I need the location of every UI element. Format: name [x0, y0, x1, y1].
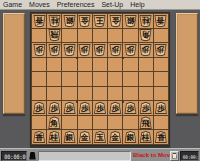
board-cell-7e[interactable] [62, 72, 76, 86]
koma-black-knight[interactable]: 桂 [139, 131, 152, 144]
board-cell-6c[interactable]: 歩 [78, 43, 92, 57]
board-cell-1d[interactable] [154, 58, 168, 72]
board-cell-3c[interactable]: 歩 [123, 43, 137, 57]
koma-kanji: 金 [81, 132, 89, 143]
board-cell-5i[interactable]: 玉 [93, 130, 107, 144]
koma-kanji: 歩 [66, 44, 74, 55]
board-cell-6d[interactable] [78, 58, 92, 72]
koma-black-silver[interactable]: 銀 [63, 131, 76, 144]
board-cell-5h[interactable] [93, 116, 107, 130]
koma-kanji: 歩 [35, 103, 43, 114]
menu-preferences[interactable]: Preferences [57, 0, 95, 10]
koma-kanji: 桂 [50, 15, 58, 26]
board-cell-3e[interactable] [123, 72, 137, 86]
board-cell-6g[interactable]: 歩 [78, 101, 92, 115]
message-area [38, 151, 131, 161]
board-cell-2b[interactable]: 角 [139, 29, 153, 43]
koma-kanji: 歩 [96, 44, 104, 55]
piece-indicator-button[interactable] [170, 151, 179, 161]
menu-moves[interactable]: Moves [29, 0, 50, 10]
board-cell-5d[interactable] [93, 58, 107, 72]
board-cell-9f[interactable] [32, 87, 46, 101]
koma-black-pawn[interactable]: 歩 [124, 102, 137, 115]
koma-kanji: 歩 [111, 103, 119, 114]
koma-black-pawn[interactable]: 歩 [48, 102, 61, 115]
koma-kanji: 香 [35, 15, 43, 26]
koma-white-pawn[interactable]: 歩 [48, 44, 61, 57]
captured-stand-black[interactable] [176, 13, 198, 114]
white-clock-time: 00:00:00 [183, 152, 199, 161]
koma-kanji: 銀 [66, 15, 74, 26]
board-cell-5f[interactable] [93, 87, 107, 101]
koma-kanji: 歩 [66, 103, 74, 114]
hoshi-dot [76, 101, 78, 103]
board-cell-1f[interactable] [154, 87, 168, 101]
koma-white-silver[interactable]: 銀 [63, 15, 76, 28]
koma-white-pawn[interactable]: 歩 [109, 44, 122, 57]
koma-kanji: 歩 [126, 44, 134, 55]
koma-black-silver[interactable]: 銀 [124, 131, 137, 144]
koma-black-gold[interactable]: 金 [109, 131, 122, 144]
board-cell-4b[interactable] [108, 29, 122, 43]
board-cell-6h[interactable] [78, 116, 92, 130]
board-cell-1g[interactable]: 歩 [154, 101, 168, 115]
koma-white-bishop[interactable]: 角 [139, 29, 152, 42]
koma-kanji: 香 [157, 15, 165, 26]
menu-game[interactable]: Game [3, 0, 22, 10]
koma-kanji: 銀 [126, 132, 134, 143]
menu-help[interactable]: Help [130, 0, 144, 10]
board-cell-7h[interactable] [62, 116, 76, 130]
turn-indicator-text: Black to Move [133, 151, 169, 161]
board-cell-1e[interactable] [154, 72, 168, 86]
board-cell-4e[interactable] [108, 72, 122, 86]
black-clock-time: 00:00:00 [4, 152, 27, 161]
board-cell-6i[interactable]: 金 [78, 130, 92, 144]
koma-white-silver[interactable]: 銀 [124, 15, 137, 28]
black-turn-icon [29, 152, 36, 160]
board-cell-2h[interactable]: 飛 [139, 116, 153, 130]
koma-white-knight[interactable]: 桂 [139, 15, 152, 28]
koma-kanji: 歩 [81, 44, 89, 55]
board-cell-7d[interactable] [62, 58, 76, 72]
board-cell-9g[interactable]: 歩 [32, 101, 46, 115]
board-cell-7i[interactable]: 銀 [62, 130, 76, 144]
menu-bar: Game Moves Preferences Set-Up Help [0, 0, 200, 10]
koma-kanji: 歩 [157, 44, 165, 55]
board-cell-8d[interactable] [47, 58, 61, 72]
board-cell-3b[interactable] [123, 29, 137, 43]
koma-kanji: 桂 [50, 132, 58, 143]
koma-black-pawn[interactable]: 歩 [109, 102, 122, 115]
koma-kanji: 歩 [50, 44, 58, 55]
koma-kanji: 飛 [50, 29, 58, 40]
koma-kanji: 金 [111, 15, 119, 26]
board-cell-8e[interactable] [47, 72, 61, 86]
koma-black-king[interactable]: 玉 [93, 131, 106, 144]
board-cell-8a[interactable]: 桂 [47, 14, 61, 28]
board-cell-4i[interactable]: 金 [108, 130, 122, 144]
koma-white-knight[interactable]: 桂 [48, 15, 61, 28]
hoshi-dot [122, 57, 124, 59]
board-cell-9h[interactable] [32, 116, 46, 130]
board-cell-9e[interactable] [32, 72, 46, 86]
koma-black-pawn[interactable]: 歩 [93, 102, 106, 115]
board-cell-9c[interactable]: 歩 [32, 43, 46, 57]
board-cell-9a[interactable]: 香 [32, 14, 46, 28]
koma-white-pawn[interactable]: 歩 [124, 44, 137, 57]
menu-setup[interactable]: Set-Up [101, 0, 123, 10]
board-cell-8f[interactable] [47, 87, 61, 101]
board-cell-7c[interactable]: 歩 [62, 43, 76, 57]
captured-stand-white[interactable] [3, 13, 25, 114]
board-grid: 香桂銀金王金銀桂香飛角歩歩歩歩歩歩歩歩歩歩歩歩歩歩歩歩歩歩角飛香桂銀金玉金銀桂香 [32, 14, 168, 144]
board-cell-8i[interactable]: 桂 [47, 130, 61, 144]
board-cell-6a[interactable]: 金 [78, 14, 92, 28]
koma-black-pawn[interactable]: 歩 [139, 102, 152, 115]
koma-kanji: 王 [96, 15, 104, 26]
board-cell-4a[interactable]: 金 [108, 14, 122, 28]
board-cell-3g[interactable]: 歩 [123, 101, 137, 115]
board-cell-3i[interactable]: 銀 [123, 130, 137, 144]
koma-white-pawn[interactable]: 歩 [78, 44, 91, 57]
hoshi-dot [122, 101, 124, 103]
koma-kanji: 金 [111, 132, 119, 143]
koma-kanji: 角 [142, 29, 150, 40]
koma-kanji: 飛 [142, 118, 150, 129]
koma-white-king[interactable]: 王 [93, 15, 106, 28]
board-cell-8b[interactable]: 飛 [47, 29, 61, 43]
white-clock: 00:00:00 [180, 151, 199, 161]
board-cell-1h[interactable] [154, 116, 168, 130]
koma-kanji: 桂 [142, 132, 150, 143]
koma-kanji: 歩 [126, 103, 134, 114]
board-cell-2f[interactable] [139, 87, 153, 101]
koma-kanji: 銀 [66, 132, 74, 143]
board-cell-4g[interactable]: 歩 [108, 101, 122, 115]
board-cell-7f[interactable] [62, 87, 76, 101]
koma-kanji: 銀 [126, 15, 134, 26]
koma-black-gold[interactable]: 金 [78, 131, 91, 144]
koma-white-rook[interactable]: 飛 [48, 29, 61, 42]
board-cell-3d[interactable] [123, 58, 137, 72]
koma-kanji: 金 [81, 15, 89, 26]
board-cell-6f[interactable] [78, 87, 92, 101]
koma-kanji: 玉 [96, 132, 104, 143]
koma-white-gold[interactable]: 金 [109, 15, 122, 28]
koma-black-lance[interactable]: 香 [33, 131, 46, 144]
white-koma-icon [172, 153, 177, 159]
shogi-app-window: Game Moves Preferences Set-Up Help 香桂銀金王… [0, 0, 200, 161]
board-cell-1a[interactable]: 香 [154, 14, 168, 28]
board-cell-5c[interactable]: 歩 [93, 43, 107, 57]
board-cell-7b[interactable] [62, 29, 76, 43]
board-cell-9b[interactable] [32, 29, 46, 43]
board-cell-2c[interactable]: 歩 [139, 43, 153, 57]
board-cell-2d[interactable] [139, 58, 153, 72]
koma-kanji: 歩 [81, 103, 89, 114]
board-cell-8g[interactable]: 歩 [47, 101, 61, 115]
koma-kanji: 角 [50, 118, 58, 129]
koma-white-pawn[interactable]: 歩 [63, 44, 76, 57]
koma-white-lance[interactable]: 香 [154, 15, 167, 28]
board-cell-1i[interactable]: 香 [154, 130, 168, 144]
board-cell-5g[interactable]: 歩 [93, 101, 107, 115]
koma-black-pawn[interactable]: 歩 [78, 102, 91, 115]
status-bar: 00:00:00 Black to Move 00:00:00 [0, 148, 200, 161]
koma-kanji: 歩 [142, 103, 150, 114]
board-cell-7a[interactable]: 銀 [62, 14, 76, 28]
koma-black-pawn[interactable]: 歩 [154, 102, 167, 115]
koma-kanji: 歩 [50, 103, 58, 114]
koma-kanji: 歩 [111, 44, 119, 55]
board-cell-9d[interactable] [32, 58, 46, 72]
board-cell-8c[interactable]: 歩 [47, 43, 61, 57]
board-cell-1b[interactable] [154, 29, 168, 43]
board-cell-6e[interactable] [78, 72, 92, 86]
shogi-board: 香桂銀金王金銀桂香飛角歩歩歩歩歩歩歩歩歩歩歩歩歩歩歩歩歩歩角飛香桂銀金玉金銀桂香 [30, 12, 170, 146]
board-cell-2i[interactable]: 桂 [139, 130, 153, 144]
koma-kanji: 歩 [142, 44, 150, 55]
koma-kanji: 歩 [96, 103, 104, 114]
koma-kanji: 歩 [157, 103, 165, 114]
board-cell-3h[interactable] [123, 116, 137, 130]
koma-black-lance[interactable]: 香 [154, 131, 167, 144]
koma-kanji: 香 [35, 132, 43, 143]
black-clock: 00:00:00 [1, 151, 27, 161]
board-cell-7g[interactable]: 歩 [62, 101, 76, 115]
koma-black-knight[interactable]: 桂 [48, 131, 61, 144]
koma-white-gold[interactable]: 金 [78, 15, 91, 28]
koma-kanji: 桂 [142, 15, 150, 26]
hoshi-dot [76, 57, 78, 59]
koma-kanji: 歩 [35, 44, 43, 55]
board-cell-3a[interactable]: 銀 [123, 14, 137, 28]
koma-white-pawn[interactable]: 歩 [154, 44, 167, 57]
board-cell-5b[interactable] [93, 29, 107, 43]
board-cell-2e[interactable] [139, 72, 153, 86]
board-cell-6b[interactable] [78, 29, 92, 43]
koma-black-pawn[interactable]: 歩 [33, 102, 46, 115]
board-cell-5e[interactable] [93, 72, 107, 86]
koma-white-pawn[interactable]: 歩 [139, 44, 152, 57]
board-cell-2a[interactable]: 桂 [139, 14, 153, 28]
board-cell-2g[interactable]: 歩 [139, 101, 153, 115]
board-cell-4c[interactable]: 歩 [108, 43, 122, 57]
board-cell-3f[interactable] [123, 87, 137, 101]
koma-black-pawn[interactable]: 歩 [63, 102, 76, 115]
board-cell-4f[interactable] [108, 87, 122, 101]
koma-white-pawn[interactable]: 歩 [33, 44, 46, 57]
koma-white-pawn[interactable]: 歩 [93, 44, 106, 57]
board-cell-1c[interactable]: 歩 [154, 43, 168, 57]
koma-kanji: 香 [157, 132, 165, 143]
koma-black-bishop[interactable]: 角 [48, 116, 61, 129]
board-cell-9i[interactable]: 香 [32, 130, 46, 144]
board-cell-5a[interactable]: 王 [93, 14, 107, 28]
board-cell-8h[interactable]: 角 [47, 116, 61, 130]
board-cell-4d[interactable] [108, 58, 122, 72]
board-cell-4h[interactable] [108, 116, 122, 130]
koma-white-lance[interactable]: 香 [33, 15, 46, 28]
koma-black-rook[interactable]: 飛 [139, 116, 152, 129]
